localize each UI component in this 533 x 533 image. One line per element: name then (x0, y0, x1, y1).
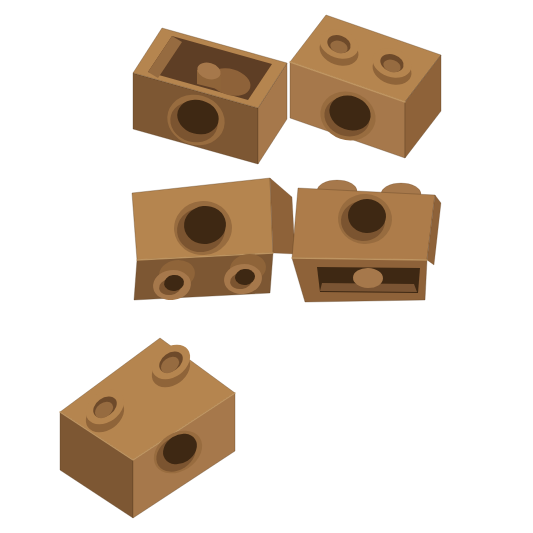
brick-3-tipped (132, 178, 295, 302)
lego-bricks-photo (0, 0, 533, 533)
photo-canvas (0, 0, 533, 533)
brick-4-underside-slot (317, 267, 420, 293)
brick-4-lying (292, 180, 441, 302)
